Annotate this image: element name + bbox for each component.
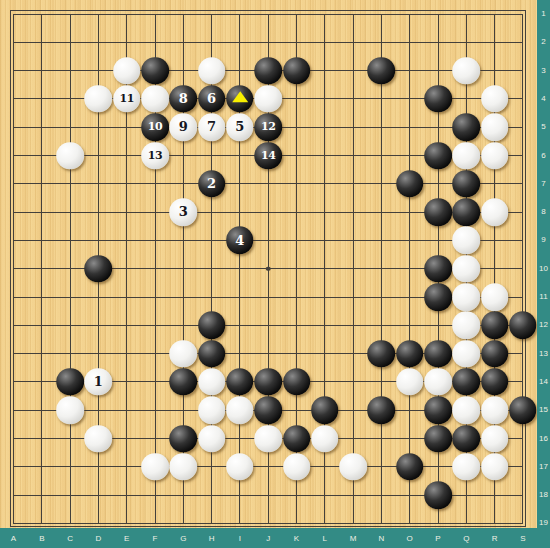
- grid-line-horizontal: [13, 325, 523, 326]
- move-number-label: 14: [261, 150, 275, 161]
- stone-black[interactable]: [424, 142, 452, 170]
- stone-white[interactable]: 9: [170, 113, 198, 141]
- column-label-P: P: [435, 535, 440, 543]
- stone-black[interactable]: [453, 198, 481, 226]
- stone-black[interactable]: [368, 396, 396, 424]
- stone-black[interactable]: [283, 368, 311, 396]
- stone-white[interactable]: [141, 453, 169, 481]
- stone-white[interactable]: 1: [85, 368, 113, 396]
- stone-white[interactable]: [56, 396, 84, 424]
- column-label-F: F: [153, 535, 158, 543]
- stone-black[interactable]: [424, 425, 452, 453]
- stone-white[interactable]: 7: [198, 113, 226, 141]
- stone-white[interactable]: [396, 368, 424, 396]
- stone-white[interactable]: [453, 227, 481, 255]
- stone-white[interactable]: [198, 368, 226, 396]
- stone-black[interactable]: [481, 368, 509, 396]
- column-label-D: D: [96, 535, 102, 543]
- stone-black[interactable]: [226, 85, 254, 113]
- row-label-1: 1: [541, 10, 545, 18]
- stone-black[interactable]: [254, 57, 282, 85]
- stone-black[interactable]: [424, 85, 452, 113]
- stone-white[interactable]: [226, 453, 254, 481]
- stone-black[interactable]: [481, 340, 509, 368]
- stone-white[interactable]: [56, 142, 84, 170]
- grid-line-vertical: [353, 14, 354, 524]
- grid-line-horizontal: [13, 466, 523, 467]
- column-label-A: A: [11, 535, 16, 543]
- stone-black[interactable]: [453, 368, 481, 396]
- stone-black[interactable]: [424, 481, 452, 509]
- stone-black[interactable]: [396, 453, 424, 481]
- stone-black[interactable]: [396, 170, 424, 198]
- grid-line-vertical: [381, 14, 382, 524]
- column-label-O: O: [407, 535, 413, 543]
- move-number-label: 4: [235, 234, 244, 247]
- stone-black[interactable]: 2: [198, 170, 226, 198]
- grid-line-vertical: [522, 14, 523, 524]
- move-number-label: 9: [179, 121, 188, 134]
- column-label-G: G: [180, 535, 186, 543]
- move-number-label: 3: [179, 206, 188, 219]
- stone-black[interactable]: [453, 170, 481, 198]
- stone-black[interactable]: [56, 368, 84, 396]
- stone-white[interactable]: [481, 396, 509, 424]
- stone-white[interactable]: [141, 85, 169, 113]
- stone-black[interactable]: 8: [170, 85, 198, 113]
- row-label-4: 4: [541, 95, 545, 103]
- stone-white[interactable]: [453, 340, 481, 368]
- column-label-R: R: [492, 535, 498, 543]
- row-label-11: 11: [539, 293, 547, 301]
- column-label-N: N: [379, 535, 385, 543]
- column-label-I: I: [239, 535, 241, 543]
- stone-black[interactable]: [368, 57, 396, 85]
- stone-white[interactable]: [283, 453, 311, 481]
- stone-white[interactable]: [481, 85, 509, 113]
- column-label-C: C: [67, 535, 73, 543]
- stone-black[interactable]: [453, 113, 481, 141]
- stone-white[interactable]: [424, 368, 452, 396]
- move-number-label: 8: [179, 92, 188, 105]
- stone-white[interactable]: 5: [226, 113, 254, 141]
- row-label-18: 18: [539, 491, 548, 499]
- row-label-2: 2: [541, 38, 545, 46]
- move-number-label: 12: [261, 122, 275, 133]
- stone-white[interactable]: [453, 283, 481, 311]
- stone-white[interactable]: [453, 255, 481, 283]
- stone-white[interactable]: [85, 85, 113, 113]
- stone-white[interactable]: [481, 142, 509, 170]
- row-label-9: 9: [541, 236, 545, 244]
- stone-black[interactable]: [509, 312, 537, 340]
- stone-black[interactable]: [198, 312, 226, 340]
- row-label-7: 7: [541, 180, 545, 188]
- stone-black[interactable]: [170, 368, 198, 396]
- stone-black[interactable]: [311, 396, 339, 424]
- stone-black[interactable]: [396, 340, 424, 368]
- stone-white[interactable]: [170, 453, 198, 481]
- row-label-16: 16: [539, 435, 548, 443]
- row-label-19: 19: [539, 519, 548, 527]
- row-label-6: 6: [541, 152, 545, 160]
- move-number-label: 10: [148, 122, 162, 133]
- stone-black[interactable]: 6: [198, 85, 226, 113]
- stone-white[interactable]: [481, 113, 509, 141]
- row-label-5: 5: [541, 123, 545, 131]
- stone-white[interactable]: [481, 283, 509, 311]
- column-label-K: K: [294, 535, 299, 543]
- stone-black[interactable]: [424, 255, 452, 283]
- move-number-label: 5: [235, 121, 244, 134]
- stone-white[interactable]: [339, 453, 367, 481]
- column-label-E: E: [124, 535, 129, 543]
- column-label-J: J: [266, 535, 270, 543]
- stone-black[interactable]: [424, 396, 452, 424]
- move-number-label: 7: [207, 121, 216, 134]
- grid-line-vertical: [409, 14, 410, 524]
- stone-white[interactable]: [170, 340, 198, 368]
- go-board-screenshot: 1186109751213142341 ABCDEFGHIJKLMNOPQRS …: [0, 0, 550, 548]
- move-number-label: 6: [207, 92, 216, 105]
- stone-white[interactable]: [198, 396, 226, 424]
- stone-black[interactable]: [254, 368, 282, 396]
- stone-black[interactable]: [368, 340, 396, 368]
- stone-black[interactable]: 10: [141, 113, 169, 141]
- stone-white[interactable]: [481, 198, 509, 226]
- column-label-B: B: [39, 535, 44, 543]
- column-label-S: S: [520, 535, 525, 543]
- triangle-marker: [232, 92, 248, 103]
- row-label-8: 8: [541, 208, 545, 216]
- move-number-label: 1: [94, 375, 103, 388]
- stone-black[interactable]: [254, 396, 282, 424]
- stone-white[interactable]: [453, 312, 481, 340]
- stone-white[interactable]: [453, 142, 481, 170]
- move-number-label: 13: [148, 150, 162, 161]
- stone-white[interactable]: [226, 396, 254, 424]
- column-label-Q: Q: [463, 535, 469, 543]
- stone-black[interactable]: [481, 312, 509, 340]
- row-label-14: 14: [539, 378, 548, 386]
- move-number-label: 11: [120, 93, 134, 104]
- stone-black[interactable]: 12: [254, 113, 282, 141]
- stone-white[interactable]: 13: [141, 142, 169, 170]
- stone-white[interactable]: 11: [113, 85, 141, 113]
- stone-black[interactable]: [424, 340, 452, 368]
- column-label-L: L: [323, 535, 327, 543]
- stone-black[interactable]: [453, 425, 481, 453]
- stone-black[interactable]: [424, 283, 452, 311]
- row-label-3: 3: [541, 67, 545, 75]
- row-label-15: 15: [539, 406, 548, 414]
- stone-black[interactable]: [170, 425, 198, 453]
- star-point: [266, 266, 271, 271]
- stone-black[interactable]: [509, 396, 537, 424]
- stone-white[interactable]: [481, 453, 509, 481]
- stone-white[interactable]: [198, 425, 226, 453]
- stone-black[interactable]: [283, 57, 311, 85]
- stone-white[interactable]: [453, 453, 481, 481]
- stone-black[interactable]: [85, 255, 113, 283]
- column-label-H: H: [209, 535, 215, 543]
- stone-white[interactable]: [453, 57, 481, 85]
- stone-black[interactable]: 4: [226, 227, 254, 255]
- stone-white[interactable]: [85, 425, 113, 453]
- stone-black[interactable]: [226, 368, 254, 396]
- stone-black[interactable]: [283, 425, 311, 453]
- row-label-17: 17: [539, 463, 548, 471]
- stone-black[interactable]: [141, 57, 169, 85]
- stone-white[interactable]: 3: [170, 198, 198, 226]
- stone-white[interactable]: [254, 425, 282, 453]
- stone-black[interactable]: [424, 198, 452, 226]
- stone-white[interactable]: [113, 57, 141, 85]
- stone-white[interactable]: [198, 57, 226, 85]
- stone-white[interactable]: [481, 425, 509, 453]
- stone-white[interactable]: [311, 425, 339, 453]
- stone-white[interactable]: [254, 85, 282, 113]
- stone-white[interactable]: [453, 396, 481, 424]
- column-label-M: M: [350, 535, 357, 543]
- row-label-10: 10: [539, 265, 548, 273]
- row-label-12: 12: [539, 321, 548, 329]
- grid-line-horizontal: [13, 523, 523, 524]
- stone-black[interactable]: [198, 340, 226, 368]
- move-number-label: 2: [207, 177, 216, 190]
- row-label-13: 13: [539, 350, 548, 358]
- stone-black[interactable]: 14: [254, 142, 282, 170]
